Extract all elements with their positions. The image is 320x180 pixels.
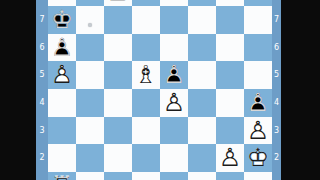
- white-pawn-h3: ♟♙: [244, 117, 272, 145]
- square-f7: [188, 6, 216, 34]
- cursor-dot: [88, 23, 92, 27]
- square-b2: [76, 144, 104, 172]
- square-a2: [48, 144, 76, 172]
- square-c2: [104, 144, 132, 172]
- square-h7: [244, 6, 272, 34]
- black-rook-a1: ♜♖: [48, 172, 76, 180]
- piece-glyph-outline: ♙: [244, 89, 272, 117]
- rank-label-3: 3: [272, 117, 281, 145]
- white-pawn-g2: ♟♙: [216, 144, 244, 172]
- rank-label-7: 7: [36, 6, 48, 34]
- square-e2: [160, 144, 188, 172]
- square-g5: [216, 61, 244, 89]
- square-e1: [160, 172, 188, 180]
- square-b5: [76, 61, 104, 89]
- square-e3: [160, 117, 188, 145]
- white-king-h2: ♚♔: [244, 144, 272, 172]
- square-d4: [132, 89, 160, 117]
- rank-label-2: 2: [36, 144, 48, 172]
- square-h5: [244, 61, 272, 89]
- square-d7: [132, 6, 160, 34]
- rank-labels-right: 87654321: [272, 0, 281, 180]
- square-a1: ♜♖: [48, 172, 76, 180]
- square-g2: ♟♙: [216, 144, 244, 172]
- rank-label-4: 4: [272, 89, 281, 117]
- black-pawn-e5: ♟♙: [160, 61, 188, 89]
- rank-label-4: 4: [36, 89, 48, 117]
- square-c4: [104, 89, 132, 117]
- square-b7: [76, 6, 104, 34]
- square-b6: [76, 34, 104, 62]
- piece-glyph-outline: ♖: [48, 172, 76, 180]
- white-pawn-a5: ♟♙: [48, 61, 76, 89]
- square-h2: ♚♔: [244, 144, 272, 172]
- square-b3: [76, 117, 104, 145]
- square-f5: [188, 61, 216, 89]
- square-f3: [188, 117, 216, 145]
- black-pawn-h4: ♟♙: [244, 89, 272, 117]
- piece-glyph-outline: ♔: [48, 6, 76, 34]
- square-g4: [216, 89, 244, 117]
- square-g6: [216, 34, 244, 62]
- square-e6: [160, 34, 188, 62]
- square-f1: [188, 172, 216, 180]
- rank-label-7: 7: [272, 6, 281, 34]
- square-f4: [188, 89, 216, 117]
- rank-label-1: 1: [272, 172, 281, 180]
- square-g1: [216, 172, 244, 180]
- white-bishop-d5: ♝♗: [132, 61, 160, 89]
- square-c3: [104, 117, 132, 145]
- square-c5: [104, 61, 132, 89]
- piece-glyph-outline: ♙: [48, 34, 76, 62]
- white-pawn-e4: ♟♙: [160, 89, 188, 117]
- rank-label-6: 6: [36, 34, 48, 62]
- piece-glyph-outline: ♔: [244, 144, 272, 172]
- rank-labels-left: 87654321: [36, 0, 48, 180]
- square-g3: [216, 117, 244, 145]
- black-king-a7: ♚♔: [48, 6, 76, 34]
- square-f2: [188, 144, 216, 172]
- piece-glyph-outline: ♗: [132, 61, 160, 89]
- square-g7: [216, 6, 244, 34]
- square-h1: [244, 172, 272, 180]
- square-h6: [244, 34, 272, 62]
- square-c7: [104, 6, 132, 34]
- chess-board: ♜♖♚♔♟♙♟♙♝♗♟♙♟♙♟♙♟♙♟♙♚♔♜♖: [48, 0, 272, 180]
- square-d6: [132, 34, 160, 62]
- piece-glyph-outline: ♙: [48, 61, 76, 89]
- rank-label-3: 3: [36, 117, 48, 145]
- square-c6: [104, 34, 132, 62]
- square-a5: ♟♙: [48, 61, 76, 89]
- square-d2: [132, 144, 160, 172]
- black-pawn-a6: ♟♙: [48, 34, 76, 62]
- square-e7: [160, 6, 188, 34]
- square-a3: [48, 117, 76, 145]
- rank-label-5: 5: [36, 61, 48, 89]
- square-d3: [132, 117, 160, 145]
- square-e4: ♟♙: [160, 89, 188, 117]
- rank-label-1: 1: [36, 172, 48, 180]
- square-d5: ♝♗: [132, 61, 160, 89]
- rank-label-6: 6: [272, 34, 281, 62]
- square-f6: [188, 34, 216, 62]
- chess-diagram: 87654321 ♜♖♚♔♟♙♟♙♝♗♟♙♟♙♟♙♟♙♟♙♚♔♜♖ 876543…: [0, 0, 320, 180]
- rank-label-2: 2: [272, 144, 281, 172]
- square-b4: [76, 89, 104, 117]
- square-h3: ♟♙: [244, 117, 272, 145]
- square-e5: ♟♙: [160, 61, 188, 89]
- rank-label-5: 5: [272, 61, 281, 89]
- square-a4: [48, 89, 76, 117]
- piece-glyph-outline: ♙: [160, 61, 188, 89]
- square-a6: ♟♙: [48, 34, 76, 62]
- piece-glyph-outline: ♙: [216, 144, 244, 172]
- square-h4: ♟♙: [244, 89, 272, 117]
- square-a7: ♚♔: [48, 6, 76, 34]
- square-b1: [76, 172, 104, 180]
- piece-glyph-outline: ♙: [160, 89, 188, 117]
- square-c1: [104, 172, 132, 180]
- piece-glyph-outline: ♙: [244, 117, 272, 145]
- square-d1: [132, 172, 160, 180]
